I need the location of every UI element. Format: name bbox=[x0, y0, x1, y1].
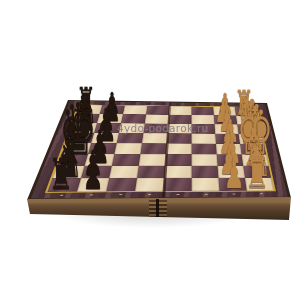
piece-contact-shadow bbox=[220, 151, 235, 154]
piece-contact-shadow bbox=[66, 149, 90, 152]
piece-contact-shadow bbox=[219, 112, 233, 114]
square-d5[interactable] bbox=[142, 133, 168, 143]
square-f5[interactable] bbox=[139, 154, 166, 166]
border-coordinate-mark bbox=[118, 194, 121, 195]
piece-contact-shadow bbox=[83, 186, 102, 189]
piece-contact-shadow bbox=[76, 128, 95, 131]
piece-contact-shadow bbox=[91, 150, 108, 153]
square-f2[interactable] bbox=[217, 154, 243, 165]
border-coordinate-mark bbox=[176, 194, 179, 195]
piece-contact-shadow bbox=[98, 129, 114, 132]
border-coordinate-mark bbox=[232, 194, 235, 195]
piece-contact-shadow bbox=[240, 121, 256, 123]
piece-contact-shadow bbox=[241, 140, 261, 143]
piece-contact-shadow bbox=[84, 172, 102, 175]
piece-contact-shadow bbox=[105, 110, 120, 112]
border-coordinate-mark bbox=[259, 193, 262, 194]
border-coordinate-mark bbox=[204, 194, 207, 195]
piece-contact-shadow bbox=[91, 161, 108, 164]
square-d4[interactable] bbox=[167, 133, 192, 143]
square-e8[interactable] bbox=[61, 143, 91, 154]
square-a4[interactable] bbox=[169, 106, 192, 115]
border-coordinate-mark bbox=[59, 195, 63, 196]
piece-contact-shadow bbox=[77, 119, 95, 122]
square-h4[interactable] bbox=[164, 178, 192, 191]
square-e6[interactable] bbox=[114, 143, 142, 154]
piece-contact-shadow bbox=[67, 139, 89, 142]
piece-contact-shadow bbox=[237, 113, 252, 115]
square-d6[interactable] bbox=[117, 133, 144, 143]
piece-contact-shadow bbox=[225, 186, 242, 189]
square-f3[interactable] bbox=[192, 154, 218, 165]
chess-board bbox=[27, 100, 291, 200]
watermark-text: 4ydo-podarok.ru bbox=[117, 122, 209, 134]
piece-contact-shadow bbox=[243, 129, 261, 132]
piece-contact-shadow bbox=[105, 119, 120, 121]
square-a3[interactable] bbox=[191, 107, 213, 116]
square-g3[interactable] bbox=[192, 166, 219, 178]
square-h6[interactable] bbox=[106, 178, 137, 191]
piece-contact-shadow bbox=[78, 109, 94, 111]
piece-contact-shadow bbox=[216, 120, 230, 122]
square-h3[interactable] bbox=[192, 178, 220, 191]
square-f6[interactable] bbox=[112, 154, 141, 166]
piece-contact-shadow bbox=[221, 172, 237, 175]
piece-contact-shadow bbox=[99, 138, 115, 141]
piece-contact-shadow bbox=[50, 186, 71, 189]
square-g1[interactable] bbox=[243, 166, 271, 178]
square-e4[interactable] bbox=[166, 143, 191, 154]
piece-contact-shadow bbox=[247, 184, 265, 187]
square-e5[interactable] bbox=[140, 143, 166, 154]
square-a6[interactable] bbox=[123, 106, 147, 115]
square-a5[interactable] bbox=[146, 106, 169, 115]
fold-gap bbox=[156, 199, 159, 218]
piece-contact-shadow bbox=[219, 130, 234, 133]
square-g4[interactable] bbox=[164, 166, 191, 178]
border-coordinate-mark bbox=[89, 194, 92, 195]
square-d3[interactable] bbox=[192, 134, 216, 144]
square-g5[interactable] bbox=[137, 166, 165, 178]
square-e3[interactable] bbox=[192, 144, 217, 155]
board-squares-grid bbox=[45, 104, 276, 192]
piece-contact-shadow bbox=[224, 161, 240, 164]
piece-contact-shadow bbox=[223, 139, 238, 142]
chess-set-photo: ♜♟♟♜♞♟♟♞♝♟♟♝♛♟♟♛♚♟♟♚♝♟♟♝♞♟♟♞♜♟♟♜ 4ydo-po… bbox=[0, 0, 300, 300]
piece-contact-shadow bbox=[244, 150, 266, 153]
piece-contact-shadow bbox=[249, 173, 268, 176]
square-h5[interactable] bbox=[135, 178, 164, 191]
piece-contact-shadow bbox=[244, 162, 263, 165]
square-f4[interactable] bbox=[165, 154, 191, 165]
piece-contact-shadow bbox=[58, 173, 79, 176]
piece-contact-shadow bbox=[59, 160, 80, 163]
square-f7[interactable] bbox=[85, 154, 115, 166]
square-g6[interactable] bbox=[109, 166, 139, 178]
border-coordinate-mark bbox=[147, 194, 150, 195]
